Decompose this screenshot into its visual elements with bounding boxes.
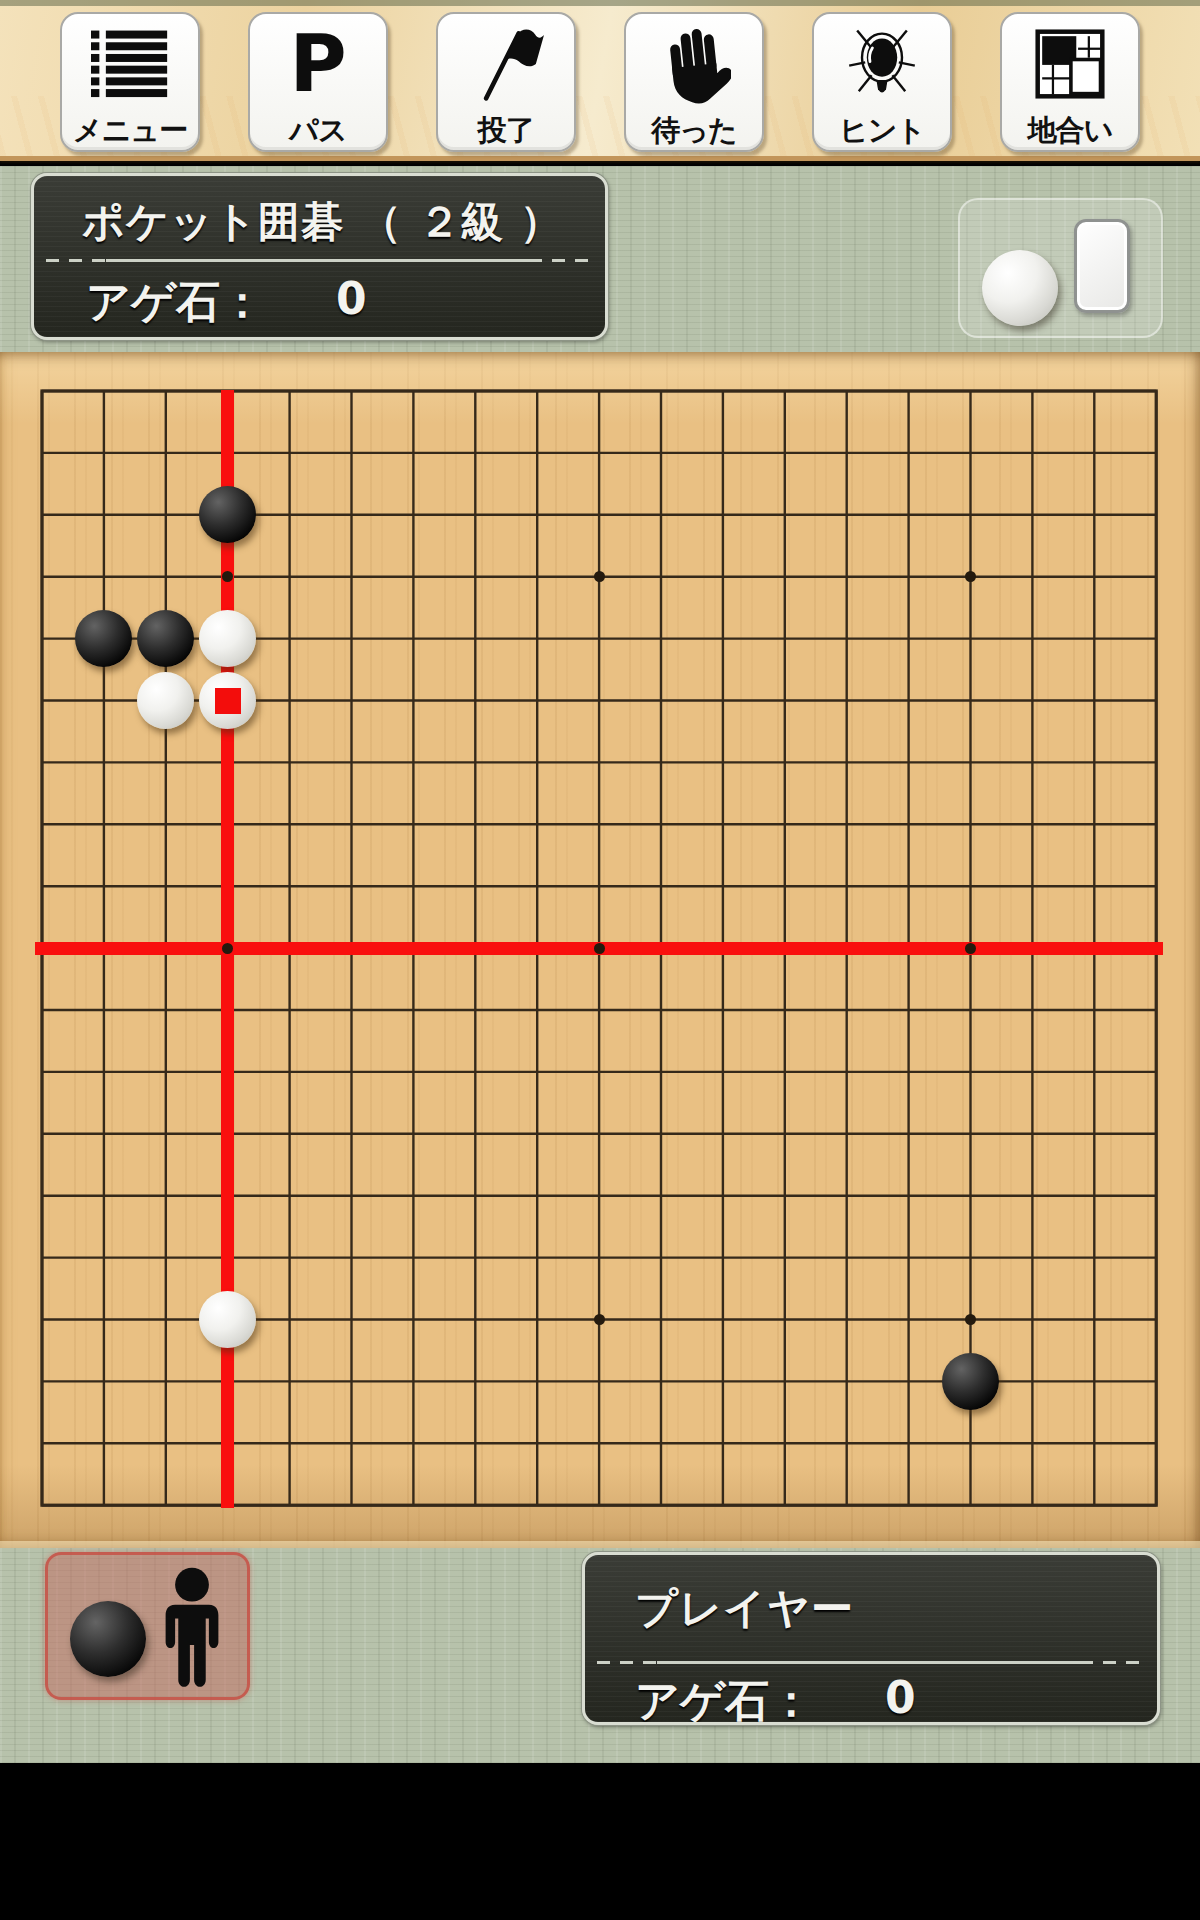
player-captures: アゲ石： 0 bbox=[635, 1672, 916, 1725]
hint-button-label: ヒント bbox=[839, 115, 925, 145]
toolbar: メニュー P パス 投了 bbox=[0, 0, 1200, 161]
star-point bbox=[965, 943, 976, 954]
undo-button[interactable]: 待った bbox=[624, 12, 764, 152]
opponent-captures-value: 0 bbox=[336, 273, 367, 332]
opponent-captures-label: アゲ石： bbox=[86, 273, 264, 332]
go-board[interactable] bbox=[0, 352, 1200, 1548]
star-point bbox=[965, 1314, 976, 1325]
opponent-title: ポケット囲碁 （ ２級 ） bbox=[82, 194, 563, 250]
player-info-panel: プレイヤー アゲ石： 0 bbox=[582, 1552, 1160, 1725]
star-point bbox=[594, 571, 605, 582]
pass-p-icon: P bbox=[250, 14, 386, 115]
white-stone-icon bbox=[982, 250, 1058, 326]
resign-button-label: 投了 bbox=[478, 115, 534, 145]
black-player-indicator bbox=[45, 1552, 250, 1700]
player-captures-label: アゲ石： bbox=[635, 1672, 813, 1725]
panel-divider bbox=[597, 1661, 1145, 1664]
black-stone-icon bbox=[70, 1601, 146, 1677]
player-title: プレイヤー bbox=[635, 1581, 854, 1637]
person-icon bbox=[154, 1565, 230, 1691]
resign-button[interactable]: 投了 bbox=[436, 12, 576, 152]
star-point bbox=[594, 1314, 605, 1325]
menu-list-icon bbox=[62, 14, 198, 115]
pass-button[interactable]: P パス bbox=[248, 12, 388, 152]
bottom-letterbox bbox=[0, 1763, 1200, 1920]
undo-hand-icon bbox=[626, 14, 762, 115]
device-card-icon bbox=[1074, 219, 1130, 313]
hint-button[interactable]: ヒント bbox=[812, 12, 952, 152]
white-player-indicator bbox=[958, 198, 1163, 338]
resign-flag-icon bbox=[438, 14, 574, 115]
white-stone-D4 bbox=[199, 1291, 256, 1348]
black-stone-C15 bbox=[137, 610, 194, 667]
panel-divider bbox=[46, 259, 593, 262]
opponent-captures: アゲ石： 0 bbox=[86, 273, 367, 332]
hint-bulb-icon bbox=[814, 14, 950, 115]
star-point bbox=[222, 943, 233, 954]
pass-button-label: パス bbox=[289, 115, 346, 145]
opponent-info-panel: ポケット囲碁 （ ２級 ） アゲ石： 0 bbox=[31, 173, 608, 340]
last-move-marker bbox=[215, 688, 241, 714]
territory-button-label: 地合い bbox=[1028, 115, 1113, 145]
menu-button[interactable]: メニュー bbox=[60, 12, 200, 152]
territory-button[interactable]: 地合い bbox=[1000, 12, 1140, 152]
star-point bbox=[594, 943, 605, 954]
menu-button-label: メニュー bbox=[73, 115, 187, 145]
black-stone-Q3 bbox=[942, 1353, 999, 1410]
player-captures-value: 0 bbox=[885, 1672, 916, 1725]
white-stone-D15 bbox=[199, 610, 256, 667]
white-stone-C14 bbox=[137, 672, 194, 729]
territory-estimate-icon bbox=[1002, 14, 1138, 115]
undo-button-label: 待った bbox=[651, 115, 736, 145]
